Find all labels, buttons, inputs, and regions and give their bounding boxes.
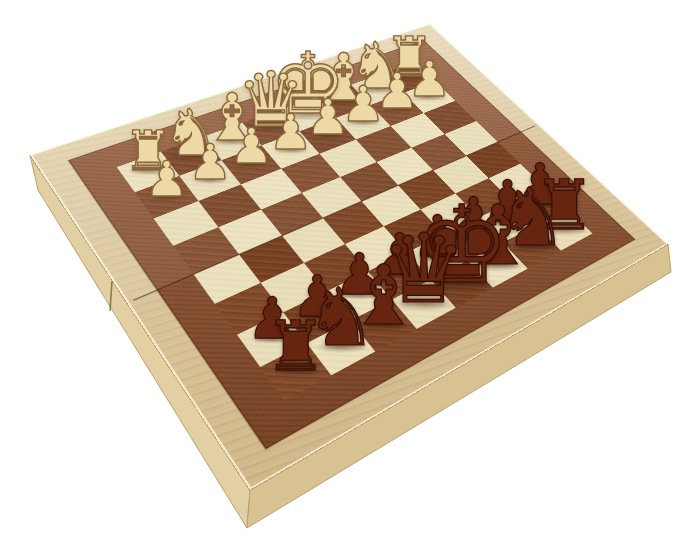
piece-white-pawn-d2[interactable]: ♟	[269, 107, 313, 156]
product-photo-stage: Folding wooden chess box board photograp…	[0, 0, 700, 551]
pieces-layer: ♜♞♝♛♚♝♞♜♟♟♟♟♟♟♟♟♟♟♟♟♟♟♟♟♜♞♝♛♚♝♞♜	[0, 0, 700, 551]
piece-white-pawn-a2[interactable]: ♟	[145, 155, 189, 204]
piece-white-pawn-c2[interactable]: ♟	[229, 122, 273, 171]
piece-black-rook-a8[interactable]: ♜	[265, 312, 327, 381]
piece-white-pawn-b2[interactable]: ♟	[188, 138, 232, 187]
